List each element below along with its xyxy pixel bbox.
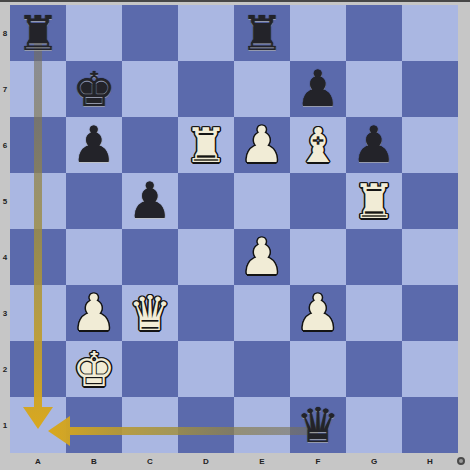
- square-a7[interactable]: [10, 61, 66, 117]
- file-label-a: A: [10, 453, 66, 469]
- square-d7[interactable]: [178, 61, 234, 117]
- square-h1[interactable]: [402, 397, 458, 453]
- piece-black-rook-e8[interactable]: ♜: [234, 5, 290, 61]
- square-f2[interactable]: [290, 341, 346, 397]
- file-label-g: G: [346, 453, 402, 469]
- rank-label-4: 4: [0, 229, 10, 285]
- chess-board: ♜♜♚♟♟♜♟♝♟♟♜♟♟♛♟♚♛: [10, 5, 458, 453]
- rank-labels: 87654321: [0, 5, 10, 453]
- square-b5[interactable]: [66, 173, 122, 229]
- file-label-f: F: [290, 453, 346, 469]
- file-label-b: B: [66, 453, 122, 469]
- file-label-e: E: [234, 453, 290, 469]
- square-c7[interactable]: [122, 61, 178, 117]
- square-h2[interactable]: [402, 341, 458, 397]
- square-d8[interactable]: [178, 5, 234, 61]
- piece-white-king-b2[interactable]: ♚: [66, 341, 122, 397]
- piece-black-queen-f1[interactable]: ♛: [290, 397, 346, 453]
- square-f4[interactable]: [290, 229, 346, 285]
- square-a5[interactable]: [10, 173, 66, 229]
- square-h5[interactable]: [402, 173, 458, 229]
- rank-label-3: 3: [0, 285, 10, 341]
- piece-white-rook-g5[interactable]: ♜: [346, 173, 402, 229]
- square-h7[interactable]: [402, 61, 458, 117]
- square-e7[interactable]: [234, 61, 290, 117]
- square-f8[interactable]: [290, 5, 346, 61]
- piece-black-pawn-f7[interactable]: ♟: [290, 61, 346, 117]
- board-frame: 87654321 ♜♜♚♟♟♜♟♝♟♟♜♟♟♛♟♚♛ ABCDEFGH: [0, 0, 470, 470]
- square-g8[interactable]: [346, 5, 402, 61]
- square-e5[interactable]: [234, 173, 290, 229]
- file-label-c: C: [122, 453, 178, 469]
- piece-white-rook-d6[interactable]: ♜: [178, 117, 234, 173]
- file-label-d: D: [178, 453, 234, 469]
- piece-black-king-b7[interactable]: ♚: [66, 61, 122, 117]
- rank-label-1: 1: [0, 397, 10, 453]
- square-h8[interactable]: [402, 5, 458, 61]
- square-a2[interactable]: [10, 341, 66, 397]
- square-h6[interactable]: [402, 117, 458, 173]
- square-a6[interactable]: [10, 117, 66, 173]
- square-g7[interactable]: [346, 61, 402, 117]
- square-d2[interactable]: [178, 341, 234, 397]
- rank-label-2: 2: [0, 341, 10, 397]
- square-f5[interactable]: [290, 173, 346, 229]
- square-a4[interactable]: [10, 229, 66, 285]
- corner-badge: [457, 457, 465, 465]
- piece-white-pawn-f3[interactable]: ♟: [290, 285, 346, 341]
- piece-white-pawn-e4[interactable]: ♟: [234, 229, 290, 285]
- square-g4[interactable]: [346, 229, 402, 285]
- square-b8[interactable]: [66, 5, 122, 61]
- file-labels: ABCDEFGH: [10, 453, 458, 469]
- square-h3[interactable]: [402, 285, 458, 341]
- square-g3[interactable]: [346, 285, 402, 341]
- square-d3[interactable]: [178, 285, 234, 341]
- square-h4[interactable]: [402, 229, 458, 285]
- square-c2[interactable]: [122, 341, 178, 397]
- square-g2[interactable]: [346, 341, 402, 397]
- square-a1[interactable]: [10, 397, 66, 453]
- square-e2[interactable]: [234, 341, 290, 397]
- square-c1[interactable]: [122, 397, 178, 453]
- piece-black-pawn-g6[interactable]: ♟: [346, 117, 402, 173]
- square-e1[interactable]: [234, 397, 290, 453]
- square-d1[interactable]: [178, 397, 234, 453]
- piece-white-pawn-e6[interactable]: ♟: [234, 117, 290, 173]
- piece-black-pawn-b6[interactable]: ♟: [66, 117, 122, 173]
- piece-black-rook-a8[interactable]: ♜: [10, 5, 66, 61]
- piece-black-pawn-c5[interactable]: ♟: [122, 173, 178, 229]
- square-d4[interactable]: [178, 229, 234, 285]
- rank-label-7: 7: [0, 61, 10, 117]
- piece-white-bishop-f6[interactable]: ♝: [290, 117, 346, 173]
- square-a3[interactable]: [10, 285, 66, 341]
- file-label-h: H: [402, 453, 458, 469]
- square-b4[interactable]: [66, 229, 122, 285]
- frame-top-line: [0, 0, 470, 2]
- rank-label-8: 8: [0, 5, 10, 61]
- square-c4[interactable]: [122, 229, 178, 285]
- square-e3[interactable]: [234, 285, 290, 341]
- rank-label-5: 5: [0, 173, 10, 229]
- square-b1[interactable]: [66, 397, 122, 453]
- square-c6[interactable]: [122, 117, 178, 173]
- square-c8[interactable]: [122, 5, 178, 61]
- piece-white-pawn-b3[interactable]: ♟: [66, 285, 122, 341]
- piece-white-queen-c3[interactable]: ♛: [122, 285, 178, 341]
- square-d5[interactable]: [178, 173, 234, 229]
- square-g1[interactable]: [346, 397, 402, 453]
- rank-label-6: 6: [0, 117, 10, 173]
